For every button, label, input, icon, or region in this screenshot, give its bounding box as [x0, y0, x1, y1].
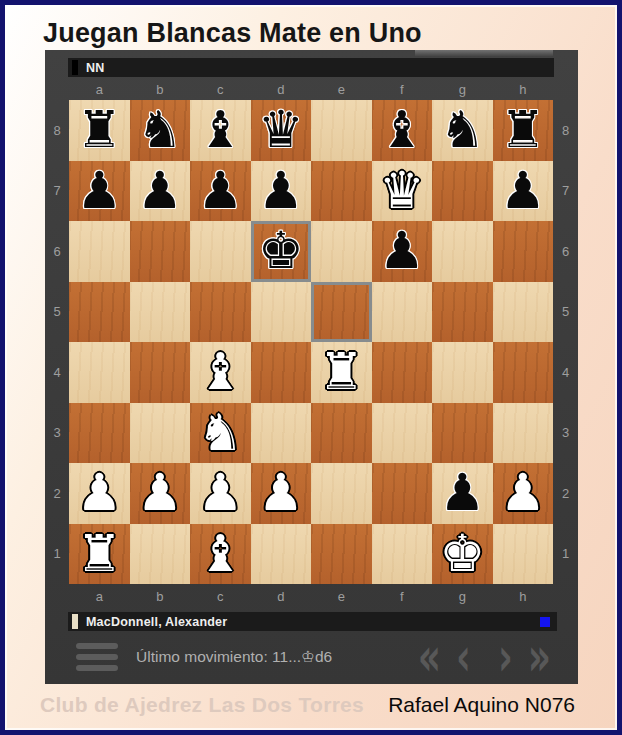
square-a6[interactable]	[69, 221, 130, 282]
black-pawn[interactable]: ♟	[190, 161, 251, 222]
white-knight[interactable]: ♞	[190, 403, 251, 464]
file-label: h	[493, 586, 554, 606]
square-f7[interactable]: ♛	[372, 161, 433, 222]
square-a1[interactable]: ♜	[69, 524, 130, 585]
black-rook[interactable]: ♜	[493, 100, 554, 161]
white-king[interactable]: ♚	[432, 524, 493, 585]
rank-labels-right: 87654321	[553, 100, 578, 584]
square-e5[interactable]	[311, 282, 372, 343]
white-bishop[interactable]: ♝	[190, 342, 251, 403]
square-b7[interactable]: ♟	[130, 161, 191, 222]
page-background: Juegan Blancas Mate en Uno NN abcdefgh 8…	[0, 0, 622, 735]
rank-label: 3	[553, 403, 578, 464]
square-g1[interactable]: ♚	[432, 524, 493, 585]
black-pawn[interactable]: ♟	[372, 221, 433, 282]
square-c2[interactable]: ♟	[190, 463, 251, 524]
black-rook[interactable]: ♜	[69, 100, 130, 161]
file-label: c	[190, 586, 251, 606]
square-e1[interactable]	[311, 524, 372, 585]
nav-prev-button[interactable]: ‹	[456, 630, 471, 684]
black-pawn[interactable]: ♟	[130, 161, 191, 222]
file-label: e	[311, 586, 372, 606]
square-b3[interactable]	[130, 403, 191, 464]
square-g7[interactable]	[432, 161, 493, 222]
file-label: d	[251, 586, 312, 606]
nav-first-button[interactable]: «	[418, 630, 441, 684]
square-c7[interactable]: ♟	[190, 161, 251, 222]
file-label: b	[130, 586, 191, 606]
square-d2[interactable]: ♟	[251, 463, 312, 524]
square-a5[interactable]	[69, 282, 130, 343]
square-g5[interactable]	[432, 282, 493, 343]
square-f3[interactable]	[372, 403, 433, 464]
square-b8[interactable]: ♞	[130, 100, 191, 161]
rank-label: 4	[45, 342, 69, 403]
black-pawn[interactable]: ♟	[432, 463, 493, 524]
rank-label: 2	[45, 463, 69, 524]
square-b6[interactable]	[130, 221, 191, 282]
player-name-top: NN	[86, 61, 104, 75]
square-h6[interactable]	[493, 221, 554, 282]
square-h5[interactable]	[493, 282, 554, 343]
square-d8[interactable]: ♛	[251, 100, 312, 161]
black-queen[interactable]: ♛	[251, 100, 312, 161]
credit: Rafael Aquino N076	[388, 693, 575, 717]
rank-label: 6	[553, 221, 578, 282]
file-label: g	[432, 586, 493, 606]
square-f1[interactable]	[372, 524, 433, 585]
player-name-bottom: MacDonnell, Alexander	[86, 615, 227, 629]
square-f8[interactable]: ♝	[372, 100, 433, 161]
rank-label: 8	[553, 100, 578, 161]
black-pawn[interactable]: ♟	[251, 161, 312, 222]
player-bar-bottom: MacDonnell, Alexander	[68, 612, 557, 631]
white-pawn[interactable]: ♟	[493, 463, 554, 524]
square-f6[interactable]: ♟	[372, 221, 433, 282]
square-a4[interactable]	[69, 342, 130, 403]
black-pawn[interactable]: ♟	[493, 161, 554, 222]
square-c8[interactable]: ♝	[190, 100, 251, 161]
square-d7[interactable]: ♟	[251, 161, 312, 222]
square-a3[interactable]	[69, 403, 130, 464]
watermark: Club de Ajedrez Las Dos Torres	[40, 693, 364, 717]
square-g6[interactable]	[432, 221, 493, 282]
rank-label: 1	[45, 524, 69, 585]
rank-label: 6	[45, 221, 69, 282]
square-h7[interactable]: ♟	[493, 161, 554, 222]
rank-label: 5	[553, 282, 578, 343]
file-label: a	[69, 79, 130, 99]
square-h2[interactable]: ♟	[493, 463, 554, 524]
white-color-indicator	[72, 614, 78, 629]
square-g2[interactable]: ♟	[432, 463, 493, 524]
rank-label: 2	[553, 463, 578, 524]
square-b1[interactable]	[130, 524, 191, 585]
white-pawn[interactable]: ♟	[130, 463, 191, 524]
nav-controls: « ‹ › »	[418, 639, 551, 675]
square-f5[interactable]	[372, 282, 433, 343]
square-a8[interactable]: ♜	[69, 100, 130, 161]
file-labels-top: abcdefgh	[69, 79, 553, 99]
square-d1[interactable]	[251, 524, 312, 585]
black-color-indicator	[72, 60, 78, 75]
square-g3[interactable]	[432, 403, 493, 464]
square-h8[interactable]: ♜	[493, 100, 554, 161]
file-label: e	[311, 79, 372, 99]
file-label: b	[130, 79, 191, 99]
square-c6[interactable]	[190, 221, 251, 282]
nav-last-button[interactable]: »	[528, 630, 551, 684]
file-label: c	[190, 79, 251, 99]
square-d4[interactable]	[251, 342, 312, 403]
square-e8[interactable]	[311, 100, 372, 161]
white-pawn[interactable]: ♟	[251, 463, 312, 524]
square-c4[interactable]: ♝	[190, 342, 251, 403]
page-title: Juegan Blancas Mate en Uno	[43, 16, 422, 50]
white-pawn[interactable]: ♟	[69, 463, 130, 524]
file-label: f	[372, 586, 433, 606]
chess-board: ♜♞♝♛♝♞♜♟♟♟♟♛♟♚♟♝♜♞♟♟♟♟♟♟♜♝♚	[69, 100, 553, 584]
black-knight[interactable]: ♞	[432, 100, 493, 161]
square-f2[interactable]	[372, 463, 433, 524]
rank-label: 1	[553, 524, 578, 585]
square-d3[interactable]	[251, 403, 312, 464]
rank-label: 5	[45, 282, 69, 343]
square-e7[interactable]	[311, 161, 372, 222]
file-label: a	[69, 586, 130, 606]
menu-icon[interactable]	[76, 643, 118, 671]
square-g8[interactable]: ♞	[432, 100, 493, 161]
black-bishop[interactable]: ♝	[190, 100, 251, 161]
square-h3[interactable]	[493, 403, 554, 464]
square-e4[interactable]: ♜	[311, 342, 372, 403]
square-c1[interactable]: ♝	[190, 524, 251, 585]
square-d5[interactable]	[251, 282, 312, 343]
square-b4[interactable]	[130, 342, 191, 403]
rank-label: 8	[45, 100, 69, 161]
chess-widget: NN abcdefgh 87654321 ♜♞♝♛♝♞♜♟♟♟♟♛♟♚♟♝♜♞♟…	[45, 50, 578, 684]
square-a7[interactable]: ♟	[69, 161, 130, 222]
black-pawn[interactable]: ♟	[69, 161, 130, 222]
rank-label: 4	[553, 342, 578, 403]
white-pawn[interactable]: ♟	[190, 463, 251, 524]
square-c5[interactable]	[190, 282, 251, 343]
square-e6[interactable]	[311, 221, 372, 282]
square-f4[interactable]	[372, 342, 433, 403]
square-d6[interactable]: ♚	[251, 221, 312, 282]
rank-labels-left: 87654321	[45, 100, 69, 584]
nav-next-button[interactable]: ›	[498, 630, 513, 684]
file-label: d	[251, 79, 312, 99]
square-b2[interactable]: ♟	[130, 463, 191, 524]
rank-label: 3	[45, 403, 69, 464]
black-king[interactable]: ♚	[251, 221, 312, 282]
player-bar-top: NN	[68, 58, 554, 77]
last-move-label: Último movimiento: 11...♔d6	[136, 648, 332, 666]
white-queen[interactable]: ♛	[372, 161, 433, 222]
file-label: g	[432, 79, 493, 99]
controls-bar: Último movimiento: 11...♔d6 « ‹ › »	[68, 635, 557, 679]
file-labels-bottom: abcdefgh	[69, 586, 553, 606]
square-g4[interactable]	[432, 342, 493, 403]
square-h4[interactable]	[493, 342, 554, 403]
square-b5[interactable]	[130, 282, 191, 343]
square-h1[interactable]	[493, 524, 554, 585]
white-bishop[interactable]: ♝	[190, 524, 251, 585]
file-label: f	[372, 79, 433, 99]
square-c3[interactable]: ♞	[190, 403, 251, 464]
black-knight[interactable]: ♞	[130, 100, 191, 161]
black-bishop[interactable]: ♝	[372, 100, 433, 161]
file-label: h	[493, 79, 554, 99]
square-e3[interactable]	[311, 403, 372, 464]
panel-top-highlight	[415, 50, 553, 56]
rank-label: 7	[45, 161, 69, 222]
white-rook[interactable]: ♜	[69, 524, 130, 585]
white-rook[interactable]: ♜	[311, 342, 372, 403]
square-a2[interactable]: ♟	[69, 463, 130, 524]
square-e2[interactable]	[311, 463, 372, 524]
rank-label: 7	[553, 161, 578, 222]
